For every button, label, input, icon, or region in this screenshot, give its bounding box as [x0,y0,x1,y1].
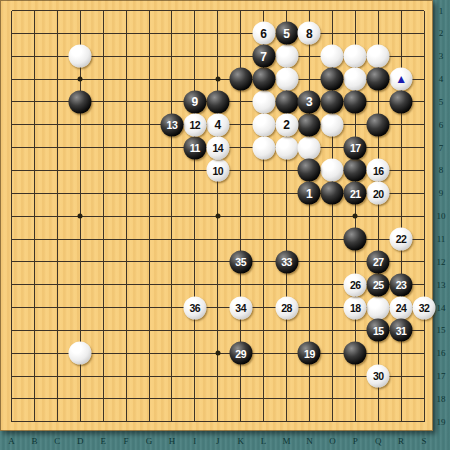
grid-line-horizontal [12,261,425,262]
row-label-9: 9 [439,188,444,198]
column-label-P: P [353,436,358,446]
stone-M14-white[interactable]: 28 [275,296,298,319]
stone-L2-white[interactable]: 6 [252,22,275,45]
move-number: 11 [190,142,200,153]
move-number: 36 [190,302,201,313]
stone-P5-black[interactable] [344,90,367,113]
stone-Q3-white[interactable] [367,45,390,68]
stone-I14-white[interactable]: 36 [183,296,206,319]
stone-P14-white[interactable]: 18 [344,296,367,319]
stone-S14-white[interactable]: 32 [413,296,436,319]
stone-O3-white[interactable] [321,45,344,68]
stone-Q12-black[interactable]: 27 [367,250,390,273]
column-label-M: M [283,436,291,446]
stone-O4-black[interactable] [321,68,344,91]
stone-N6-black[interactable] [298,113,321,136]
column-label-E: E [100,436,106,446]
move-number: 22 [396,234,407,245]
stone-I7-black[interactable]: 11 [183,136,206,159]
stone-O5-black[interactable] [321,90,344,113]
stone-L4-black[interactable] [252,68,275,91]
move-number: 32 [419,302,430,313]
row-label-1: 1 [439,6,444,16]
move-number: 27 [373,257,384,268]
star-point [78,214,83,219]
stone-D3-white[interactable] [69,45,92,68]
column-label-N: N [306,436,313,446]
grid-line-vertical [424,11,425,422]
stone-D16-white[interactable] [69,342,92,365]
row-label-10: 10 [437,211,446,221]
grid-line-horizontal [12,376,425,377]
row-label-2: 2 [439,28,444,38]
stone-O6-white[interactable] [321,113,344,136]
move-number: 15 [373,325,384,336]
stone-Q15-black[interactable]: 15 [367,319,390,342]
grid-line-horizontal [12,330,425,331]
stone-L6-white[interactable] [252,113,275,136]
stone-M5-black[interactable] [275,90,298,113]
move-number: 29 [235,348,246,359]
stone-L3-black[interactable]: 7 [252,45,275,68]
row-label-14: 14 [437,303,446,313]
row-label-4: 4 [439,74,444,84]
move-number: 7 [260,50,267,62]
column-label-C: C [54,436,60,446]
column-label-O: O [329,436,336,446]
row-label-16: 16 [437,348,446,358]
row-label-6: 6 [439,120,444,130]
move-number: 10 [212,165,223,176]
column-label-F: F [124,436,129,446]
stone-M3-white[interactable] [275,45,298,68]
row-label-18: 18 [437,394,446,404]
move-number: 16 [373,165,384,176]
move-number: 19 [304,348,315,359]
column-label-J: J [216,436,220,446]
stone-H6-black[interactable]: 13 [160,113,183,136]
stone-R11-white[interactable]: 22 [390,228,413,251]
stone-R5-black[interactable] [390,90,413,113]
move-number: 12 [190,120,201,131]
grid-line-horizontal [12,398,425,399]
move-number: 26 [350,279,361,290]
stone-Q14-white[interactable] [367,296,390,319]
stone-R13-black[interactable]: 23 [390,273,413,296]
move-number: 3 [306,96,313,108]
row-label-11: 11 [437,234,446,244]
move-number: 34 [235,302,246,313]
stone-P13-white[interactable]: 26 [344,273,367,296]
column-label-K: K [237,436,244,446]
stone-N8-black[interactable] [298,159,321,182]
stone-Q6-black[interactable] [367,113,390,136]
stone-Q4-black[interactable] [367,68,390,91]
stone-M2-black[interactable]: 5 [275,22,298,45]
column-label-L: L [261,436,267,446]
move-number: 23 [396,279,407,290]
stone-D5-black[interactable] [69,90,92,113]
stone-J7-white[interactable]: 14 [206,136,229,159]
star-point [215,351,220,356]
stone-P8-black[interactable] [344,159,367,182]
stone-Q17-white[interactable]: 30 [367,365,390,388]
move-number: 2 [283,119,290,131]
row-label-17: 17 [437,371,446,381]
move-number: 17 [350,142,361,153]
move-number: 33 [281,257,292,268]
stone-I6-white[interactable]: 12 [183,113,206,136]
stone-R4-white[interactable]: ▲ [390,68,413,91]
stone-R15-black[interactable]: 31 [390,319,413,342]
stone-I5-black[interactable]: 9 [183,90,206,113]
stone-N7-white[interactable] [298,136,321,159]
star-point [353,214,358,219]
column-label-G: G [146,436,153,446]
row-label-12: 12 [437,257,446,267]
stone-N2-white[interactable]: 8 [298,22,321,45]
stone-K12-black[interactable]: 35 [229,250,252,273]
move-number: 30 [373,371,384,382]
stone-K4-black[interactable] [229,68,252,91]
stone-N9-black[interactable]: 1 [298,182,321,205]
column-label-I: I [193,436,196,446]
move-number: 35 [235,257,246,268]
move-number: 9 [192,96,199,108]
move-number: 14 [212,142,223,153]
move-number: 31 [396,325,407,336]
stone-O8-white[interactable] [321,159,344,182]
stone-P11-black[interactable] [344,228,367,251]
go-board[interactable]: ▲123456789101112131415161718192021222324… [0,0,433,431]
stone-N16-black[interactable]: 19 [298,342,321,365]
stone-P7-black[interactable]: 17 [344,136,367,159]
stone-P3-white[interactable] [344,45,367,68]
column-label-A: A [8,436,15,446]
move-number: 25 [373,279,384,290]
move-number: 24 [396,302,407,313]
row-label-5: 5 [439,97,444,107]
row-label-19: 19 [437,417,446,427]
stone-Q9-white[interactable]: 20 [367,182,390,205]
stone-M7-white[interactable] [275,136,298,159]
move-number: 18 [350,302,361,313]
grid-line-horizontal [12,421,425,422]
stone-J8-white[interactable]: 10 [206,159,229,182]
move-number: 6 [260,27,267,39]
stone-L5-white[interactable] [252,90,275,113]
stone-J5-black[interactable] [206,90,229,113]
stone-K14-white[interactable]: 34 [229,296,252,319]
stone-K16-black[interactable]: 29 [229,342,252,365]
stone-P4-white[interactable] [344,68,367,91]
row-label-7: 7 [439,143,444,153]
column-label-B: B [31,436,37,446]
move-number: 4 [214,119,221,131]
move-number: 13 [167,120,178,131]
stone-M6-white[interactable]: 2 [275,113,298,136]
stone-P9-black[interactable]: 21 [344,182,367,205]
stone-R14-white[interactable]: 24 [390,296,413,319]
star-point [78,77,83,82]
star-point [215,214,220,219]
row-label-3: 3 [439,51,444,61]
row-label-15: 15 [437,325,446,335]
stone-Q8-white[interactable]: 16 [367,159,390,182]
stone-M4-white[interactable] [275,68,298,91]
stone-L7-white[interactable] [252,136,275,159]
column-label-R: R [398,436,404,446]
stone-J6-white[interactable]: 4 [206,113,229,136]
stone-M12-black[interactable]: 33 [275,250,298,273]
move-number: 21 [350,188,361,199]
stone-P16-black[interactable] [344,342,367,365]
column-label-Q: Q [375,436,382,446]
move-number: 8 [306,27,313,39]
stone-O9-black[interactable] [321,182,344,205]
column-label-D: D [77,436,84,446]
move-number: 1 [306,187,313,199]
go-diagram-screen: ▲123456789101112131415161718192021222324… [0,0,450,450]
row-label-13: 13 [437,280,446,290]
column-label-S: S [422,436,427,446]
stone-N5-black[interactable]: 3 [298,90,321,113]
move-number: 28 [281,302,292,313]
column-label-H: H [169,436,176,446]
move-number: 5 [283,27,290,39]
move-number: 20 [373,188,384,199]
triangle-marker-icon: ▲ [395,73,407,85]
row-label-8: 8 [439,165,444,175]
stone-Q13-black[interactable]: 25 [367,273,390,296]
star-point [215,77,220,82]
